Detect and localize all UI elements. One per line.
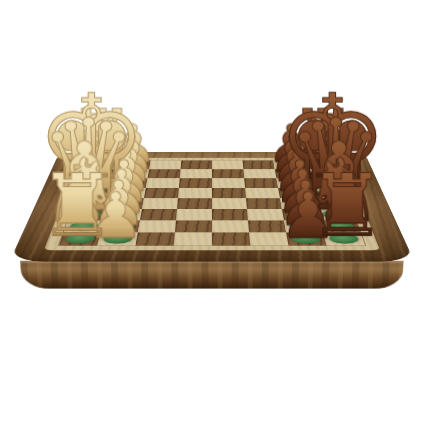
square-e5[interactable] — [212, 188, 246, 198]
square-e4[interactable] — [178, 188, 212, 198]
square-c5[interactable] — [212, 209, 248, 220]
square-f4[interactable] — [179, 178, 212, 188]
board-front-edge — [20, 261, 404, 289]
square-a1[interactable]: ♜ — [59, 233, 101, 246]
chess-board-grid: ♜♟♟♜♞♟♟♞♝♟♟♝♚♟♟♚♛♟♟♛♝♟♟♝♞♟♟♞♜♟♟♜ — [59, 160, 365, 245]
square-a4[interactable] — [174, 233, 212, 246]
square-h5[interactable] — [212, 160, 243, 169]
square-f5[interactable] — [212, 178, 245, 188]
square-g4[interactable] — [180, 169, 212, 178]
square-c4[interactable] — [176, 209, 212, 220]
square-d4[interactable] — [177, 198, 212, 209]
square-d5[interactable] — [212, 198, 247, 209]
chess-board: ♜♟♟♜♞♟♟♞♝♟♟♝♚♟♟♚♛♟♟♛♝♟♟♝♞♟♟♞♜♟♟♜ — [9, 152, 414, 262]
square-a5[interactable] — [212, 233, 250, 246]
square-b4[interactable] — [175, 220, 212, 232]
square-b5[interactable] — [212, 220, 249, 232]
square-g5[interactable] — [212, 169, 244, 178]
square-h4[interactable] — [181, 160, 212, 169]
piece-black-rook-a8[interactable]: ♜ — [308, 162, 385, 248]
square-a8[interactable]: ♜ — [323, 233, 365, 246]
chess-set-photo: ♜♟♟♜♞♟♟♞♝♟♟♝♚♟♟♚♛♟♟♛♝♟♟♝♞♟♟♞♜♟♟♜ — [0, 0, 425, 425]
piece-white-rook-a1[interactable]: ♜ — [38, 162, 115, 248]
